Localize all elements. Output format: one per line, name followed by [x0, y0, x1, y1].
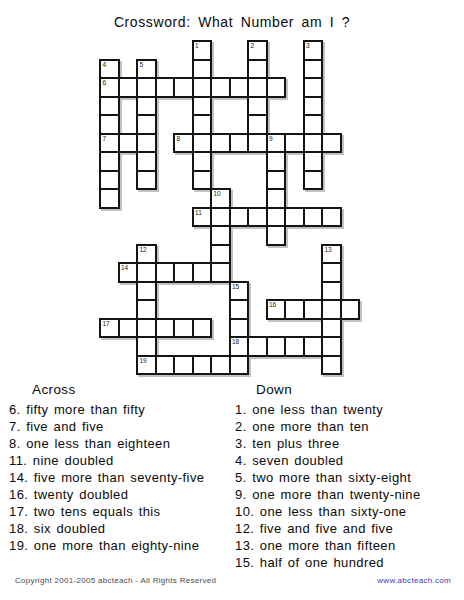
across-clues-list: 6. fifty more than fifty7. five and five… [9, 401, 231, 554]
grid-cell-r1c11[interactable] [303, 59, 324, 80]
grid-cell-r5c2[interactable] [136, 133, 157, 154]
cell-number-2: 2 [251, 42, 255, 50]
grid-cell-r9c12[interactable] [321, 207, 342, 228]
grid-cell-r13c7[interactable]: 15 [229, 281, 250, 302]
across-clue-18: 18. six doubled [9, 520, 231, 537]
grid-cell-r2c11[interactable] [303, 77, 324, 98]
grid-cell-r9c9[interactable] [266, 207, 287, 228]
grid-cell-r7c11[interactable] [303, 170, 324, 191]
across-clue-11: 11. nine doubled [9, 452, 231, 469]
cell-number-4: 4 [103, 61, 107, 69]
crossword-grid: 12345678910111213141516171819 [99, 40, 360, 375]
grid-cell-r17c5[interactable] [192, 355, 213, 376]
grid-cell-r12c2[interactable] [136, 262, 157, 283]
cell-number-8: 8 [177, 135, 181, 143]
grid-cell-r9c5[interactable]: 11 [192, 207, 213, 228]
grid-cell-r15c1[interactable] [118, 318, 139, 339]
down-clue-15: 15. half of one hundred [235, 554, 461, 571]
grid-cell-r14c12[interactable] [321, 299, 342, 320]
crossword-worksheet-page: Crossword: What Number am I ? 1234567891… [0, 0, 464, 600]
grid-cell-r14c7[interactable] [229, 299, 250, 320]
across-header: Across [32, 381, 231, 398]
grid-cell-r15c5[interactable] [192, 318, 213, 339]
grid-cell-r12c3[interactable] [155, 262, 176, 283]
cell-number-12: 12 [140, 246, 147, 254]
down-header: Down [256, 381, 461, 398]
grid-cell-r16c9[interactable] [266, 336, 287, 357]
grid-cell-r17c2[interactable]: 19 [136, 355, 157, 376]
cell-number-14: 14 [121, 264, 128, 272]
cell-number-5: 5 [140, 61, 144, 69]
grid-cell-r6c5[interactable] [192, 151, 213, 172]
grid-cell-r6c11[interactable] [303, 151, 324, 172]
grid-cell-r14c10[interactable] [284, 299, 305, 320]
down-clue-12: 12. five and five and five [235, 520, 461, 537]
grid-cell-r9c8[interactable] [247, 207, 268, 228]
grid-cell-r17c4[interactable] [173, 355, 194, 376]
across-clue-17: 17. two tens equals this [9, 503, 231, 520]
grid-cell-r2c3[interactable] [155, 77, 176, 98]
grid-cell-r16c11[interactable] [303, 336, 324, 357]
grid-cell-r1c2[interactable]: 5 [136, 59, 157, 80]
cell-number-19: 19 [140, 357, 147, 365]
grid-cell-r3c2[interactable] [136, 96, 157, 117]
grid-cell-r15c0[interactable]: 17 [99, 318, 120, 339]
grid-cell-r16c12[interactable] [321, 336, 342, 357]
across-clue-14: 14. five more than seventy-five [9, 469, 231, 486]
grid-cell-r0c8[interactable]: 2 [247, 40, 268, 61]
down-clues-list: 1. one less than twenty2. one more than … [235, 401, 461, 571]
grid-cell-r3c0[interactable] [99, 96, 120, 117]
grid-cell-r3c5[interactable] [192, 96, 213, 117]
grid-cell-r3c8[interactable] [247, 96, 268, 117]
grid-cell-r5c9[interactable]: 9 [266, 133, 287, 154]
grid-cell-r7c5[interactable] [192, 170, 213, 191]
grid-cell-r5c11[interactable] [303, 133, 324, 154]
grid-cell-r6c0[interactable] [99, 151, 120, 172]
grid-cell-r8c6[interactable]: 10 [210, 188, 231, 209]
grid-cell-r11c6[interactable] [210, 244, 231, 265]
grid-cell-r10c6[interactable] [210, 225, 231, 246]
grid-cell-r14c13[interactable] [340, 299, 361, 320]
down-clue-2: 2. one more than ten [235, 418, 461, 435]
down-clue-9: 9. one more than twenty-nine [235, 486, 461, 503]
cell-number-16: 16 [269, 301, 276, 309]
cell-number-9: 9 [269, 135, 273, 143]
grid-cell-r6c9[interactable] [266, 151, 287, 172]
grid-cell-r2c9[interactable] [266, 77, 287, 98]
grid-cell-r7c9[interactable] [266, 170, 287, 191]
grid-cell-r9c11[interactable] [303, 207, 324, 228]
grid-cell-r4c11[interactable] [303, 114, 324, 135]
grid-cell-r7c0[interactable] [99, 170, 120, 191]
grid-cell-r4c2[interactable] [136, 114, 157, 135]
grid-cell-r15c12[interactable] [321, 318, 342, 339]
across-clue-8: 8. one less than eighteen [9, 435, 231, 452]
grid-cell-r2c4[interactable] [173, 77, 194, 98]
grid-cell-r17c3[interactable] [155, 355, 176, 376]
grid-cell-r6c2[interactable] [136, 151, 157, 172]
grid-cell-r2c5[interactable] [192, 77, 213, 98]
down-clue-13: 13. one more than fifteen [235, 537, 461, 554]
across-clue-7: 7. five and five [9, 418, 231, 435]
cell-number-6: 6 [103, 79, 107, 87]
grid-cell-r12c4[interactable] [173, 262, 194, 283]
grid-cell-r15c2[interactable] [136, 318, 157, 339]
grid-cell-r5c12[interactable] [321, 133, 342, 154]
grid-cell-r5c6[interactable] [210, 133, 231, 154]
grid-cell-r5c5[interactable] [192, 133, 213, 154]
grid-cell-r14c2[interactable] [136, 299, 157, 320]
cell-number-11: 11 [195, 209, 202, 217]
grid-cell-r9c10[interactable] [284, 207, 305, 228]
grid-cell-r12c5[interactable] [192, 262, 213, 283]
cell-number-15: 15 [232, 283, 239, 291]
cell-number-13: 13 [325, 246, 332, 254]
grid-cell-r5c0[interactable]: 7 [99, 133, 120, 154]
across-clue-6: 6. fifty more than fifty [9, 401, 231, 418]
across-clue-19: 19. one more than eighty-nine [9, 537, 231, 554]
grid-cell-r16c2[interactable] [136, 336, 157, 357]
grid-cell-r17c6[interactable] [210, 355, 231, 376]
grid-cell-r1c0[interactable]: 4 [99, 59, 120, 80]
grid-cell-r2c1[interactable] [118, 77, 139, 98]
cell-number-10: 10 [214, 190, 221, 198]
grid-cell-r15c3[interactable] [155, 318, 176, 339]
grid-cell-r13c2[interactable] [136, 281, 157, 302]
down-clue-4: 4. seven doubled [235, 452, 461, 469]
website-link[interactable]: www.abcteach.com [377, 576, 451, 585]
grid-cell-r16c8[interactable] [247, 336, 268, 357]
grid-cell-r4c8[interactable] [247, 114, 268, 135]
grid-cell-r8c0[interactable] [99, 188, 120, 209]
grid-cell-r4c0[interactable] [99, 114, 120, 135]
grid-cell-r2c0[interactable]: 6 [99, 77, 120, 98]
grid-cell-r17c12[interactable] [321, 355, 342, 376]
grid-cell-r5c4[interactable]: 8 [173, 133, 194, 154]
grid-cell-r5c1[interactable] [118, 133, 139, 154]
grid-cell-r7c2[interactable] [136, 170, 157, 191]
cell-number-17: 17 [103, 320, 110, 328]
grid-cell-r2c6[interactable] [210, 77, 231, 98]
cell-number-3: 3 [306, 42, 310, 50]
grid-cell-r12c12[interactable] [321, 262, 342, 283]
cell-number-1: 1 [195, 42, 199, 50]
grid-cell-r15c4[interactable] [173, 318, 194, 339]
grid-cell-r3c11[interactable] [303, 96, 324, 117]
grid-cell-r2c2[interactable] [136, 77, 157, 98]
across-clue-16: 16. twenty doubled [9, 486, 231, 503]
grid-cell-r14c11[interactable] [303, 299, 324, 320]
grid-cell-r2c7[interactable] [229, 77, 250, 98]
grid-cell-r1c5[interactable] [192, 59, 213, 80]
grid-cell-r13c12[interactable] [321, 281, 342, 302]
grid-cell-r12c6[interactable] [210, 262, 231, 283]
grid-cell-r11c2[interactable]: 12 [136, 244, 157, 265]
down-clues-section: Down 1. one less than twenty2. one more … [235, 381, 461, 571]
down-clue-3: 3. ten plus three [235, 435, 461, 452]
grid-cell-r8c9[interactable] [266, 188, 287, 209]
grid-cell-r5c10[interactable] [284, 133, 305, 154]
grid-cell-r5c8[interactable] [247, 133, 268, 154]
grid-cell-r12c1[interactable]: 14 [118, 262, 139, 283]
cell-number-7: 7 [103, 135, 107, 143]
grid-cell-r4c5[interactable] [192, 114, 213, 135]
down-clue-5: 5. two more than sixty-eight [235, 469, 461, 486]
down-clue-1: 1. one less than twenty [235, 401, 461, 418]
grid-cell-r16c7[interactable]: 18 [229, 336, 250, 357]
across-clues-section: Across 6. fifty more than fifty7. five a… [9, 381, 231, 554]
grid-cell-r15c7[interactable] [229, 318, 250, 339]
grid-cell-r5c7[interactable] [229, 133, 250, 154]
grid-cell-r9c6[interactable] [210, 207, 231, 228]
grid-cell-r17c7[interactable] [229, 355, 250, 376]
grid-cell-r2c8[interactable] [247, 77, 268, 98]
grid-cell-r1c8[interactable] [247, 59, 268, 80]
grid-cell-r0c11[interactable]: 3 [303, 40, 324, 61]
grid-cell-r16c10[interactable] [284, 336, 305, 357]
grid-cell-r9c7[interactable] [229, 207, 250, 228]
down-clue-10: 10. one less than sixty-one [235, 503, 461, 520]
grid-cell-r0c5[interactable]: 1 [192, 40, 213, 61]
grid-cell-r14c9[interactable]: 16 [266, 299, 287, 320]
copyright-text: Copyright 2001-2005 abcteach - All Right… [15, 576, 216, 585]
page-title: Crossword: What Number am I ? [0, 14, 464, 30]
cell-number-18: 18 [232, 338, 239, 346]
grid-cell-r11c12[interactable]: 13 [321, 244, 342, 265]
grid-cell-r10c9[interactable] [266, 225, 287, 246]
